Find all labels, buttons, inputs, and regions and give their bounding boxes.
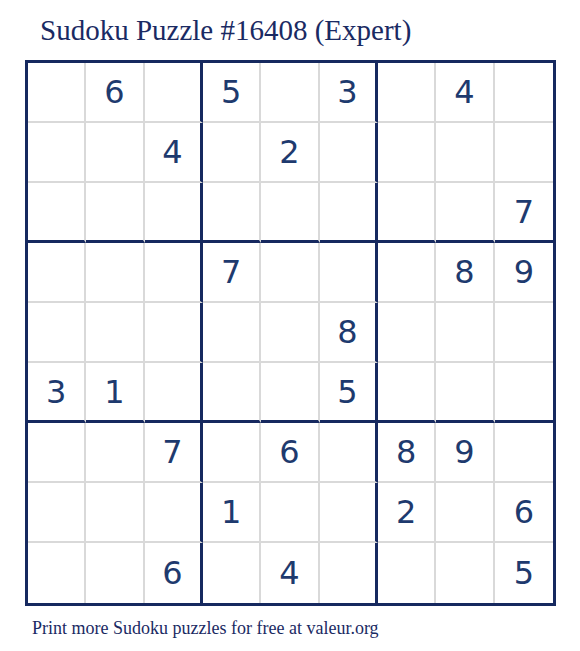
sudoku-page: Sudoku Puzzle #16408 (Expert) 6534427789… (0, 0, 580, 651)
cell-r7c7: 8 (378, 423, 436, 483)
cell-r9c5: 4 (261, 543, 319, 603)
cell-r5c9 (495, 303, 553, 363)
cell-r2c7 (378, 123, 436, 183)
cell-r8c8 (436, 483, 494, 543)
cell-r7c4 (203, 423, 261, 483)
cell-r5c7 (378, 303, 436, 363)
cell-r5c1 (28, 303, 86, 363)
cell-r7c2 (86, 423, 144, 483)
cell-r9c2 (86, 543, 144, 603)
cell-r2c2 (86, 123, 144, 183)
cell-r3c6 (320, 183, 378, 243)
cell-r3c1 (28, 183, 86, 243)
cell-r4c1 (28, 243, 86, 303)
cell-r9c3: 6 (145, 543, 203, 603)
cell-r6c2: 1 (86, 363, 144, 423)
cell-r9c4 (203, 543, 261, 603)
cell-r7c9 (495, 423, 553, 483)
cell-r6c5 (261, 363, 319, 423)
cell-r1c3 (145, 63, 203, 123)
cell-r6c7 (378, 363, 436, 423)
cell-r8c6 (320, 483, 378, 543)
cell-r3c2 (86, 183, 144, 243)
cell-r4c2 (86, 243, 144, 303)
cell-r5c8 (436, 303, 494, 363)
cell-r5c5 (261, 303, 319, 363)
cell-r9c6 (320, 543, 378, 603)
cell-r5c3 (145, 303, 203, 363)
cell-r1c2: 6 (86, 63, 144, 123)
cell-r1c9 (495, 63, 553, 123)
cell-r5c2 (86, 303, 144, 363)
cell-r8c7: 2 (378, 483, 436, 543)
cell-r3c9: 7 (495, 183, 553, 243)
cell-r7c1 (28, 423, 86, 483)
cell-r2c5: 2 (261, 123, 319, 183)
cell-r4c5 (261, 243, 319, 303)
cell-r2c8 (436, 123, 494, 183)
cell-r5c4 (203, 303, 261, 363)
cell-r1c8: 4 (436, 63, 494, 123)
cell-r6c9 (495, 363, 553, 423)
cell-r7c8: 9 (436, 423, 494, 483)
cell-r3c5 (261, 183, 319, 243)
cell-r3c7 (378, 183, 436, 243)
cell-r4c6 (320, 243, 378, 303)
cell-r9c1 (28, 543, 86, 603)
cell-r6c6: 5 (320, 363, 378, 423)
cell-r7c3: 7 (145, 423, 203, 483)
sudoku-board: 653442778983157689126645 (25, 60, 556, 606)
cell-r7c6 (320, 423, 378, 483)
cell-r2c6 (320, 123, 378, 183)
cell-r8c5 (261, 483, 319, 543)
cell-r3c4 (203, 183, 261, 243)
page-title: Sudoku Puzzle #16408 (Expert) (40, 14, 411, 47)
cell-r2c4 (203, 123, 261, 183)
cell-r6c8 (436, 363, 494, 423)
cell-r4c3 (145, 243, 203, 303)
cell-r3c3 (145, 183, 203, 243)
cell-r3c8 (436, 183, 494, 243)
cell-r6c1: 3 (28, 363, 86, 423)
cell-r6c3 (145, 363, 203, 423)
cell-r2c3: 4 (145, 123, 203, 183)
cell-r1c7 (378, 63, 436, 123)
cell-r8c4: 1 (203, 483, 261, 543)
cell-r9c9: 5 (495, 543, 553, 603)
footer-text: Print more Sudoku puzzles for free at va… (32, 618, 379, 639)
cell-r9c8 (436, 543, 494, 603)
cell-r7c5: 6 (261, 423, 319, 483)
cell-r1c5 (261, 63, 319, 123)
cell-r4c4: 7 (203, 243, 261, 303)
cell-r1c6: 3 (320, 63, 378, 123)
cell-r8c9: 6 (495, 483, 553, 543)
cell-r2c1 (28, 123, 86, 183)
cell-r8c3 (145, 483, 203, 543)
cell-r6c4 (203, 363, 261, 423)
cell-r1c1 (28, 63, 86, 123)
cell-r5c6: 8 (320, 303, 378, 363)
cell-r4c9: 9 (495, 243, 553, 303)
cell-r8c1 (28, 483, 86, 543)
cell-r8c2 (86, 483, 144, 543)
cell-r4c7 (378, 243, 436, 303)
cell-r2c9 (495, 123, 553, 183)
cell-r4c8: 8 (436, 243, 494, 303)
cell-r9c7 (378, 543, 436, 603)
cell-r1c4: 5 (203, 63, 261, 123)
